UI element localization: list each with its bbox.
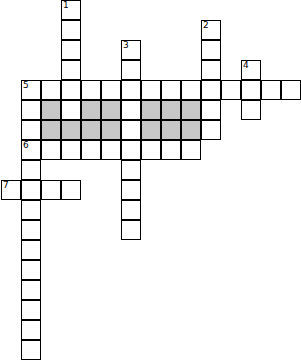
cell-r7-c6[interactable] xyxy=(121,140,141,160)
cell-r6-c9-blocked xyxy=(181,120,201,140)
cell-r6-c7-blocked xyxy=(141,120,161,140)
cell-r7-c9[interactable] xyxy=(181,140,201,160)
cell-r0-c3[interactable]: 1 xyxy=(61,0,81,20)
cell-r4-c8[interactable] xyxy=(161,80,181,100)
cell-r6-c10[interactable] xyxy=(201,120,221,140)
cell-r7-c1[interactable]: 6 xyxy=(21,140,41,160)
cell-r3-c6[interactable] xyxy=(121,60,141,80)
cell-r3-c3[interactable] xyxy=(61,60,81,80)
cell-r4-c10[interactable] xyxy=(201,80,221,100)
clue-number-6: 6 xyxy=(23,141,29,150)
cell-r12-c1[interactable] xyxy=(21,240,41,260)
cell-r5-c1[interactable] xyxy=(21,100,41,120)
cell-r4-c3[interactable] xyxy=(61,80,81,100)
cell-r4-c5[interactable] xyxy=(101,80,121,100)
clue-number-3: 3 xyxy=(123,41,129,50)
cell-r15-c1[interactable] xyxy=(21,300,41,320)
cell-r9-c0[interactable]: 7 xyxy=(1,180,21,200)
cell-r7-c5[interactable] xyxy=(101,140,121,160)
cell-r5-c3[interactable] xyxy=(61,100,81,120)
cell-r1-c3[interactable] xyxy=(61,20,81,40)
cell-r8-c1[interactable] xyxy=(21,160,41,180)
cell-r14-c1[interactable] xyxy=(21,280,41,300)
cell-r7-c2[interactable] xyxy=(41,140,61,160)
cell-r4-c2[interactable] xyxy=(41,80,61,100)
cell-r5-c6[interactable] xyxy=(121,100,141,120)
cell-r5-c8-blocked xyxy=(161,100,181,120)
cell-r16-c1[interactable] xyxy=(21,320,41,340)
clue-number-2: 2 xyxy=(203,21,209,30)
cell-r5-c10[interactable] xyxy=(201,100,221,120)
cell-r9-c2[interactable] xyxy=(41,180,61,200)
cell-r9-c1[interactable] xyxy=(21,180,41,200)
cell-r5-c9-blocked xyxy=(181,100,201,120)
cell-r4-c1[interactable]: 5 xyxy=(21,80,41,100)
cell-r17-c1[interactable] xyxy=(21,340,41,360)
cell-r5-c7-blocked xyxy=(141,100,161,120)
cell-r7-c4[interactable] xyxy=(81,140,101,160)
cell-r2-c10[interactable] xyxy=(201,40,221,60)
cell-r5-c4-blocked xyxy=(81,100,101,120)
cell-r6-c2-blocked xyxy=(41,120,61,140)
cell-r6-c8-blocked xyxy=(161,120,181,140)
cell-r2-c6[interactable]: 3 xyxy=(121,40,141,60)
cell-r3-c10[interactable] xyxy=(201,60,221,80)
cell-r13-c1[interactable] xyxy=(21,260,41,280)
cell-r4-c6[interactable] xyxy=(121,80,141,100)
cell-r4-c9[interactable] xyxy=(181,80,201,100)
cell-r4-c14[interactable] xyxy=(281,80,301,100)
cell-r10-c6[interactable] xyxy=(121,200,141,220)
cell-r4-c11[interactable] xyxy=(221,80,241,100)
cell-r7-c7[interactable] xyxy=(141,140,161,160)
cell-r4-c4[interactable] xyxy=(81,80,101,100)
cell-r9-c6[interactable] xyxy=(121,180,141,200)
cell-r8-c6[interactable] xyxy=(121,160,141,180)
cell-r5-c2-blocked xyxy=(41,100,61,120)
cell-r6-c5-blocked xyxy=(101,120,121,140)
cell-r4-c13[interactable] xyxy=(261,80,281,100)
cell-r5-c5-blocked xyxy=(101,100,121,120)
cell-r4-c7[interactable] xyxy=(141,80,161,100)
cell-r7-c8[interactable] xyxy=(161,140,181,160)
cell-r6-c1[interactable] xyxy=(21,120,41,140)
cell-r5-c12[interactable] xyxy=(241,100,261,120)
cell-r4-c12[interactable] xyxy=(241,80,261,100)
cell-r7-c3[interactable] xyxy=(61,140,81,160)
clue-number-4: 4 xyxy=(243,61,249,70)
cell-r6-c6[interactable] xyxy=(121,120,141,140)
clue-number-7: 7 xyxy=(3,181,9,190)
clue-number-5: 5 xyxy=(23,81,29,90)
cell-r6-c4-blocked xyxy=(81,120,101,140)
cell-r11-c6[interactable] xyxy=(121,220,141,240)
cell-r9-c3[interactable] xyxy=(61,180,81,200)
cell-r11-c1[interactable] xyxy=(21,220,41,240)
crossword-board: 1234567 xyxy=(0,0,301,361)
cell-r2-c3[interactable] xyxy=(61,40,81,60)
cell-r3-c12[interactable]: 4 xyxy=(241,60,261,80)
clue-number-1: 1 xyxy=(63,1,69,10)
cell-r1-c10[interactable]: 2 xyxy=(201,20,221,40)
cell-r10-c1[interactable] xyxy=(21,200,41,220)
cell-r6-c3-blocked xyxy=(61,120,81,140)
